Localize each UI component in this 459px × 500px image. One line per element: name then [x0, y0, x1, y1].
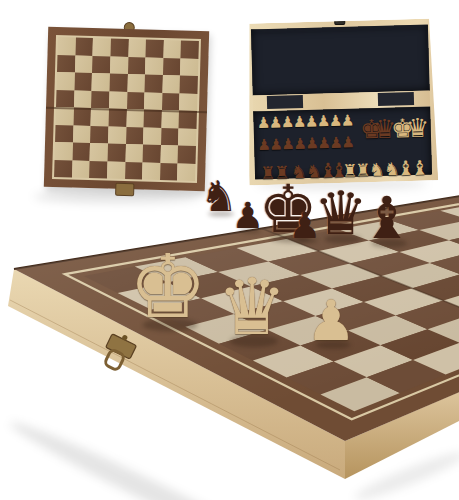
main-board-square	[419, 220, 459, 241]
main-board-square	[287, 361, 367, 394]
folded-board-square	[91, 108, 109, 126]
main-board-square	[449, 229, 459, 251]
main-board-square	[413, 343, 459, 375]
folded-board-square	[180, 75, 198, 93]
light-pawn-piece: ♟	[306, 293, 356, 349]
folded-board-square	[163, 40, 181, 58]
folded-board-square	[125, 161, 143, 179]
main-board-square	[186, 248, 269, 272]
folded-board-square	[161, 110, 179, 128]
main-board-square	[400, 240, 459, 263]
folded-board-square	[160, 145, 178, 163]
light-queen-piece: ♛	[406, 115, 430, 142]
folded-board-square	[73, 108, 91, 126]
folded-board-square	[128, 39, 146, 57]
main-board-square	[316, 302, 396, 331]
main-board-square	[332, 276, 412, 302]
main-board-square	[350, 252, 430, 276]
dark-knight-piece: ♞	[291, 163, 308, 181]
main-board-square	[253, 346, 334, 378]
folded-board-square	[181, 41, 199, 59]
main-board-square	[440, 201, 459, 219]
folded-board-square	[55, 142, 73, 160]
main-board-square	[396, 301, 459, 330]
dark-knight-piece: ♞	[306, 162, 323, 180]
folded-board-square	[93, 38, 111, 56]
dark-pawn-piece: ♟	[269, 137, 283, 152]
folded-board-square	[126, 126, 144, 144]
folded-board-brass-clasp	[115, 183, 134, 197]
light-queen-piece: ♛	[217, 268, 287, 346]
folded-board-square	[73, 125, 91, 143]
folded-board-square	[143, 127, 161, 145]
dark-bishop-piece: ♝	[361, 189, 413, 247]
dark-pawn-piece: ♟	[293, 137, 307, 152]
folded-board-square	[144, 109, 162, 127]
light-knight-piece: ♞	[384, 160, 401, 178]
folded-board-square	[54, 160, 72, 178]
main-board-square	[219, 330, 300, 361]
dark-pawn-piece: ♟	[289, 208, 321, 244]
folded-board-square	[125, 144, 143, 162]
main-board-square	[367, 360, 446, 393]
folded-board-square	[180, 58, 198, 76]
main-board-square	[300, 264, 381, 289]
dark-bishop-piece: ♝	[330, 160, 348, 180]
main-board-square	[283, 289, 364, 316]
light-bishop-piece: ♝	[411, 157, 429, 177]
dark-pawn-piece: ♟	[232, 198, 264, 234]
main-board-square	[364, 288, 443, 315]
felt-tab-left	[267, 95, 303, 109]
dark-pawn-piece: ♟	[281, 137, 295, 152]
folded-board-square	[89, 160, 107, 178]
dark-pawn-piece: ♟	[257, 138, 271, 153]
folded-board-square	[178, 128, 196, 146]
folded-board-square	[109, 91, 127, 109]
folded-board-square	[75, 55, 93, 73]
front-brass-latch	[99, 330, 139, 374]
folded-board-square	[162, 92, 180, 110]
folded-board-square	[57, 55, 75, 73]
main-board-square	[334, 345, 413, 377]
product-photo-scene: ♟♟♟♟♟♟♟♟♟♟♟♟♟♟♟♟♚♛♚♛♜♜♞♞♝♝♜♜♞♞♝♝ ♞♟♚♛♟♝♚…	[0, 0, 459, 500]
folded-board-square	[108, 109, 126, 127]
main-board-square	[135, 257, 218, 282]
light-king-piece: ♚	[129, 243, 208, 331]
folded-board-square	[110, 56, 128, 74]
light-pawn-piece: ♟	[329, 114, 343, 129]
folded-board-square	[74, 90, 92, 108]
folded-board-square	[92, 56, 110, 74]
main-board-square	[218, 262, 300, 287]
dark-knight-piece: ♞	[200, 176, 238, 218]
main-board-shadow-left	[5, 413, 311, 500]
light-pawn-piece: ♟	[269, 115, 283, 130]
dark-bishop-piece: ♝	[319, 160, 337, 180]
folded-board-square	[90, 126, 108, 144]
folded-board-square	[56, 90, 74, 108]
folded-board-square	[72, 143, 90, 161]
folded-board-square	[72, 160, 90, 178]
folded-board-square	[145, 75, 163, 93]
folded-board-square	[107, 161, 125, 179]
main-board-square	[201, 287, 283, 314]
folded-board-square	[127, 92, 145, 110]
folded-board-square	[177, 163, 195, 181]
main-board-square	[381, 329, 459, 360]
main-board-square	[168, 272, 251, 298]
main-board-square	[412, 274, 459, 300]
folded-board-square	[179, 93, 197, 111]
folded-board-square	[91, 91, 109, 109]
folded-board-square	[142, 162, 160, 180]
folded-board-square	[74, 73, 92, 91]
light-pawn-piece: ♟	[293, 115, 307, 130]
main-board-square	[185, 314, 267, 344]
main-board-square	[319, 241, 400, 264]
dark-rook-piece: ♜	[260, 165, 276, 182]
folded-board-square	[160, 162, 178, 180]
light-pawn-piece: ♟	[257, 116, 271, 131]
folded-board-square	[127, 57, 145, 75]
folded-board-square	[146, 40, 164, 58]
folded-board-square	[179, 110, 197, 128]
main-board-square	[389, 211, 459, 230]
main-board-square	[234, 301, 316, 330]
main-board-square	[443, 286, 459, 313]
light-knight-piece: ♞	[369, 161, 386, 179]
piece-storage-tray: ♟♟♟♟♟♟♟♟♟♟♟♟♟♟♟♟♚♛♚♛♜♜♞♞♝♝♜♜♞♞♝♝	[253, 107, 432, 180]
main-board-square	[430, 250, 459, 274]
dark-pawn-piece: ♟	[317, 136, 331, 151]
open-storage-box: ♟♟♟♟♟♟♟♟♟♟♟♟♟♟♟♟♚♛♚♛♜♜♞♞♝♝♜♜♞♞♝♝	[245, 18, 438, 185]
dark-pawn-piece: ♟	[305, 136, 319, 151]
felt-tab-right	[378, 92, 414, 106]
main-board-square	[269, 251, 350, 275]
main-board-square	[321, 377, 400, 411]
folded-board-square	[162, 75, 180, 93]
folded-board-square	[55, 125, 73, 143]
main-board-square	[288, 229, 370, 251]
main-board-square	[118, 282, 201, 309]
main-board-square	[237, 239, 319, 262]
folded-board-square	[144, 92, 162, 110]
box-lid-felt	[251, 25, 430, 96]
folded-board-square	[107, 143, 125, 161]
main-board-shadow-right	[351, 446, 459, 500]
lid-catch	[334, 16, 345, 25]
folded-board-square	[92, 73, 110, 91]
light-pawn-piece: ♟	[317, 114, 331, 129]
folded-board-square	[126, 109, 144, 127]
light-rook-piece: ♜	[355, 162, 371, 179]
folded-board-square	[127, 74, 145, 92]
main-board-square	[84, 267, 168, 293]
light-rook-piece: ♜	[342, 162, 358, 179]
dark-pawn-piece: ♟	[341, 135, 355, 150]
dark-queen-piece: ♛	[373, 116, 397, 143]
main-board-square	[251, 275, 332, 301]
folded-board-square	[75, 38, 93, 56]
dark-rook-piece: ♜	[274, 164, 290, 181]
folded-board-square	[145, 57, 163, 75]
folded-board-square	[110, 39, 128, 57]
dark-pawn-piece: ♟	[329, 136, 343, 151]
light-pawn-piece: ♟	[305, 114, 319, 129]
folded-board-square	[90, 143, 108, 161]
folded-board-square	[57, 37, 75, 55]
light-pawn-piece: ♟	[281, 115, 295, 130]
folded-board-square	[161, 127, 179, 145]
light-king-piece: ♚	[391, 115, 415, 142]
folded-board-square	[108, 126, 126, 144]
main-board-square	[152, 298, 235, 327]
main-board-square	[369, 230, 449, 252]
main-board-square	[381, 263, 459, 288]
main-board-square	[267, 316, 348, 346]
folded-board-square	[56, 107, 74, 125]
folded-board-square	[163, 58, 181, 76]
main-board-square	[428, 313, 459, 343]
light-bishop-piece: ♝	[397, 158, 415, 178]
main-board-square	[301, 331, 381, 362]
main-board-square	[348, 316, 428, 346]
folded-board-square	[143, 144, 161, 162]
main-board-walnut-border	[14, 188, 459, 441]
dark-queen-piece: ♛	[314, 183, 368, 243]
folded-board-square	[178, 145, 196, 163]
folded-board-square	[57, 72, 75, 90]
main-board-square	[339, 220, 420, 241]
folded-chessboard	[44, 27, 209, 191]
folded-board-square	[109, 74, 127, 92]
light-pawn-piece: ♟	[341, 113, 355, 128]
dark-king-piece: ♚	[360, 116, 384, 143]
